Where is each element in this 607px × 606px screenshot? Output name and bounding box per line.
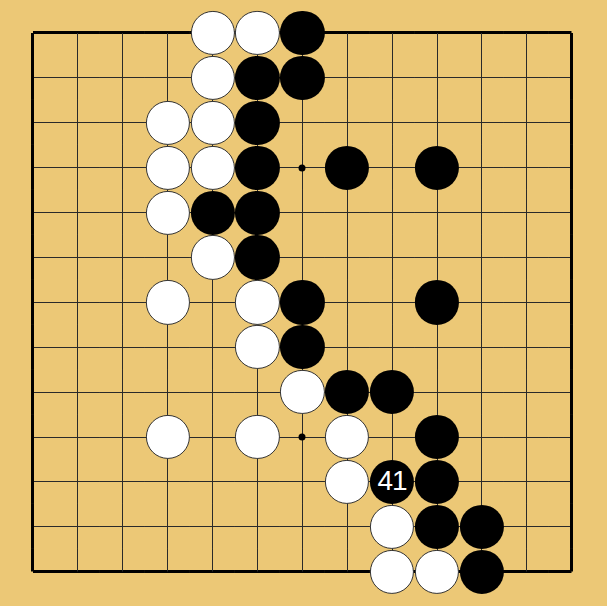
intersection-3-3[interactable] — [100, 100, 145, 145]
intersection-7-9[interactable] — [280, 370, 325, 415]
intersection-1-5[interactable] — [11, 190, 56, 235]
white-stone-5-6 — [190, 235, 234, 279]
black-stone-10-12 — [415, 505, 459, 549]
intersection-6-2[interactable] — [235, 55, 280, 100]
intersection-3-10[interactable] — [100, 415, 145, 460]
intersection-2-1[interactable] — [55, 11, 100, 56]
intersection-12-12[interactable] — [504, 504, 549, 549]
intersection-13-13[interactable] — [549, 549, 594, 594]
intersection-6-6[interactable] — [235, 235, 280, 280]
intersection-9-13[interactable] — [370, 549, 415, 594]
white-stone-4-5 — [146, 190, 190, 234]
intersection-6-1[interactable] — [235, 11, 280, 56]
intersection-1-10[interactable] — [11, 415, 56, 460]
intersection-11-6[interactable] — [459, 235, 504, 280]
white-stone-7-9 — [280, 370, 324, 414]
intersection-10-4[interactable] — [415, 145, 460, 190]
intersection-6-13[interactable] — [235, 549, 280, 594]
intersection-7-3[interactable] — [280, 100, 325, 145]
intersection-13-12[interactable] — [549, 504, 594, 549]
intersection-8-7[interactable] — [325, 280, 370, 325]
intersection-12-11[interactable] — [504, 459, 549, 504]
intersection-11-1[interactable] — [459, 11, 504, 56]
intersection-13-5[interactable] — [549, 190, 594, 235]
intersection-9-3[interactable] — [370, 100, 415, 145]
intersection-2-3[interactable] — [55, 100, 100, 145]
intersection-5-6[interactable] — [190, 235, 235, 280]
intersection-7-7[interactable] — [280, 280, 325, 325]
black-stone-6-3 — [235, 101, 279, 145]
intersection-3-12[interactable] — [100, 504, 145, 549]
intersection-4-12[interactable] — [145, 504, 190, 549]
intersection-10-5[interactable] — [415, 190, 460, 235]
intersection-2-5[interactable] — [55, 190, 100, 235]
intersection-10-6[interactable] — [415, 235, 460, 280]
intersection-9-9[interactable] — [370, 370, 415, 415]
intersection-2-8[interactable] — [55, 325, 100, 370]
intersection-2-4[interactable] — [55, 145, 100, 190]
white-stone-6-10 — [235, 415, 279, 459]
intersection-2-6[interactable] — [55, 235, 100, 280]
intersection-3-7[interactable] — [100, 280, 145, 325]
white-stone-9-13 — [370, 550, 414, 594]
intersection-6-8[interactable] — [235, 325, 280, 370]
intersection-3-8[interactable] — [100, 325, 145, 370]
intersection-5-10[interactable] — [190, 415, 235, 460]
intersection-3-1[interactable] — [100, 11, 145, 56]
intersection-9-10[interactable] — [370, 415, 415, 460]
intersection-10-7[interactable] — [415, 280, 460, 325]
black-stone-7-1 — [280, 11, 324, 55]
intersection-1-7[interactable] — [11, 280, 56, 325]
intersection-13-2[interactable] — [549, 55, 594, 100]
intersection-11-4[interactable] — [459, 145, 504, 190]
intersection-13-11[interactable] — [549, 459, 594, 504]
intersection-6-5[interactable] — [235, 190, 280, 235]
intersection-4-9[interactable] — [145, 370, 190, 415]
intersection-7-8[interactable] — [280, 325, 325, 370]
intersection-1-6[interactable] — [11, 235, 56, 280]
black-stone-11-13 — [460, 550, 504, 594]
intersection-4-6[interactable] — [145, 235, 190, 280]
intersection-2-13[interactable] — [55, 549, 100, 594]
intersection-11-10[interactable] — [459, 415, 504, 460]
intersection-3-11[interactable] — [100, 459, 145, 504]
white-stone-8-11 — [325, 460, 369, 504]
go-diagram: 41 — [0, 0, 607, 606]
intersection-7-2[interactable] — [280, 55, 325, 100]
white-stone-8-10 — [325, 415, 369, 459]
intersection-8-9[interactable] — [325, 370, 370, 415]
intersection-11-7[interactable] — [459, 280, 504, 325]
intersection-12-1[interactable] — [504, 11, 549, 56]
intersection-12-8[interactable] — [504, 325, 549, 370]
intersection-8-11[interactable] — [325, 459, 370, 504]
black-stone-10-4 — [415, 146, 459, 190]
black-stone-7-2 — [280, 56, 324, 100]
intersection-12-10[interactable] — [504, 415, 549, 460]
black-stone-10-7 — [415, 280, 459, 324]
intersection-12-5[interactable] — [504, 190, 549, 235]
intersection-5-12[interactable] — [190, 504, 235, 549]
intersection-6-9[interactable] — [235, 370, 280, 415]
intersection-5-7[interactable] — [190, 280, 235, 325]
intersection-11-9[interactable] — [459, 370, 504, 415]
intersection-7-5[interactable] — [280, 190, 325, 235]
intersection-1-11[interactable] — [11, 459, 56, 504]
intersection-4-7[interactable] — [145, 280, 190, 325]
black-stone-7-7 — [280, 280, 324, 324]
intersection-3-9[interactable] — [100, 370, 145, 415]
intersection-9-5[interactable] — [370, 190, 415, 235]
intersection-12-3[interactable] — [504, 100, 549, 145]
intersection-9-8[interactable] — [370, 325, 415, 370]
intersection-1-13[interactable] — [11, 549, 56, 594]
intersection-7-1[interactable] — [280, 11, 325, 56]
intersection-5-1[interactable] — [190, 11, 235, 56]
star-point-7-4 — [299, 164, 306, 171]
white-stone-4-7 — [146, 280, 190, 324]
intersection-5-11[interactable] — [190, 459, 235, 504]
intersection-9-12[interactable] — [370, 504, 415, 549]
intersection-9-2[interactable] — [370, 55, 415, 100]
intersection-10-3[interactable] — [415, 100, 460, 145]
intersection-13-7[interactable] — [549, 280, 594, 325]
intersection-8-4[interactable] — [325, 145, 370, 190]
white-stone-4-4 — [146, 146, 190, 190]
intersection-8-10[interactable] — [325, 415, 370, 460]
intersection-5-9[interactable] — [190, 370, 235, 415]
intersection-10-2[interactable] — [415, 55, 460, 100]
intersection-3-6[interactable] — [100, 235, 145, 280]
intersection-3-13[interactable] — [100, 549, 145, 594]
intersection-8-12[interactable] — [325, 504, 370, 549]
intersection-1-9[interactable] — [11, 370, 56, 415]
white-stone-5-3 — [190, 101, 234, 145]
intersection-7-4[interactable] — [280, 145, 325, 190]
white-stone-9-12 — [370, 505, 414, 549]
black-stone-10-11 — [415, 460, 459, 504]
intersection-12-6[interactable] — [504, 235, 549, 280]
intersection-4-3[interactable] — [145, 100, 190, 145]
white-stone-6-7 — [235, 280, 279, 324]
intersection-2-9[interactable] — [55, 370, 100, 415]
intersection-2-10[interactable] — [55, 415, 100, 460]
intersection-13-6[interactable] — [549, 235, 594, 280]
intersection-5-8[interactable] — [190, 325, 235, 370]
star-point-7-10 — [299, 434, 306, 441]
intersection-12-7[interactable] — [504, 280, 549, 325]
white-stone-5-4 — [190, 146, 234, 190]
intersection-8-5[interactable] — [325, 190, 370, 235]
intersection-2-11[interactable] — [55, 459, 100, 504]
intersection-1-8[interactable] — [11, 325, 56, 370]
intersection-8-8[interactable] — [325, 325, 370, 370]
intersection-5-5[interactable] — [190, 190, 235, 235]
intersection-11-5[interactable] — [459, 190, 504, 235]
intersection-12-13[interactable] — [504, 549, 549, 594]
black-stone-6-6 — [235, 235, 279, 279]
intersection-9-4[interactable] — [370, 145, 415, 190]
black-stone-9-9 — [370, 370, 414, 414]
intersection-1-3[interactable] — [11, 100, 56, 145]
intersection-3-2[interactable] — [100, 55, 145, 100]
intersection-4-11[interactable] — [145, 459, 190, 504]
white-stone-5-2 — [190, 56, 234, 100]
white-stone-5-1 — [190, 11, 234, 55]
intersection-1-4[interactable] — [11, 145, 56, 190]
intersection-13-8[interactable] — [549, 325, 594, 370]
black-stone-11-12 — [460, 505, 504, 549]
intersection-13-3[interactable] — [549, 100, 594, 145]
intersection-12-2[interactable] — [504, 55, 549, 100]
intersection-11-13[interactable] — [459, 549, 504, 594]
intersection-13-1[interactable] — [549, 11, 594, 56]
intersection-4-4[interactable] — [145, 145, 190, 190]
intersection-4-1[interactable] — [145, 11, 190, 56]
intersection-6-12[interactable] — [235, 504, 280, 549]
intersection-6-4[interactable] — [235, 145, 280, 190]
intersection-10-10[interactable] — [415, 415, 460, 460]
black-stone-6-2 — [235, 56, 279, 100]
intersection-6-10[interactable] — [235, 415, 280, 460]
intersection-9-7[interactable] — [370, 280, 415, 325]
intersection-6-7[interactable] — [235, 280, 280, 325]
intersection-11-2[interactable] — [459, 55, 504, 100]
black-stone-6-5 — [235, 190, 279, 234]
intersection-10-9[interactable] — [415, 370, 460, 415]
intersection-10-13[interactable] — [415, 549, 460, 594]
intersection-2-7[interactable] — [55, 280, 100, 325]
intersection-4-5[interactable] — [145, 190, 190, 235]
intersection-5-2[interactable] — [190, 55, 235, 100]
black-stone-6-4 — [235, 146, 279, 190]
intersection-5-13[interactable] — [190, 549, 235, 594]
intersection-1-1[interactable] — [11, 11, 56, 56]
intersection-8-1[interactable] — [325, 11, 370, 56]
intersection-2-12[interactable] — [55, 504, 100, 549]
intersection-10-8[interactable] — [415, 325, 460, 370]
white-stone-4-10 — [146, 415, 190, 459]
intersection-12-9[interactable] — [504, 370, 549, 415]
white-stone-10-13 — [415, 550, 459, 594]
intersection-13-10[interactable] — [549, 415, 594, 460]
intersection-10-12[interactable] — [415, 504, 460, 549]
intersection-7-12[interactable] — [280, 504, 325, 549]
intersection-2-2[interactable] — [55, 55, 100, 100]
intersection-3-5[interactable] — [100, 190, 145, 235]
intersection-7-10[interactable] — [280, 415, 325, 460]
move-number-label: 41 — [378, 467, 407, 495]
intersection-5-4[interactable] — [190, 145, 235, 190]
intersection-9-11[interactable]: 41 — [370, 459, 415, 504]
intersection-4-10[interactable] — [145, 415, 190, 460]
intersection-11-8[interactable] — [459, 325, 504, 370]
intersection-1-2[interactable] — [11, 55, 56, 100]
intersection-9-6[interactable] — [370, 235, 415, 280]
intersection-6-3[interactable] — [235, 100, 280, 145]
intersection-4-13[interactable] — [145, 549, 190, 594]
black-stone-5-5 — [190, 190, 234, 234]
intersection-10-1[interactable] — [415, 11, 460, 56]
black-stone-9-11: 41 — [370, 460, 414, 504]
intersection-8-6[interactable] — [325, 235, 370, 280]
intersection-8-3[interactable] — [325, 100, 370, 145]
intersection-3-4[interactable] — [100, 145, 145, 190]
black-stone-8-4 — [325, 146, 369, 190]
intersection-7-6[interactable] — [280, 235, 325, 280]
intersection-13-4[interactable] — [549, 145, 594, 190]
go-board: 41 — [11, 11, 595, 595]
white-stone-6-8 — [235, 325, 279, 369]
white-stone-4-3 — [146, 101, 190, 145]
intersection-11-11[interactable] — [459, 459, 504, 504]
intersection-11-12[interactable] — [459, 504, 504, 549]
intersection-4-2[interactable] — [145, 55, 190, 100]
black-stone-8-9 — [325, 370, 369, 414]
intersection-4-8[interactable] — [145, 325, 190, 370]
intersection-7-13[interactable] — [280, 549, 325, 594]
intersection-8-2[interactable] — [325, 55, 370, 100]
intersection-7-11[interactable] — [280, 459, 325, 504]
intersection-1-12[interactable] — [11, 504, 56, 549]
black-stone-7-8 — [280, 325, 324, 369]
intersection-8-13[interactable] — [325, 549, 370, 594]
white-stone-6-1 — [235, 11, 279, 55]
intersection-11-3[interactable] — [459, 100, 504, 145]
intersection-13-9[interactable] — [549, 370, 594, 415]
intersection-9-1[interactable] — [370, 11, 415, 56]
black-stone-10-10 — [415, 415, 459, 459]
intersection-6-11[interactable] — [235, 459, 280, 504]
intersection-12-4[interactable] — [504, 145, 549, 190]
intersection-5-3[interactable] — [190, 100, 235, 145]
intersection-10-11[interactable] — [415, 459, 460, 504]
